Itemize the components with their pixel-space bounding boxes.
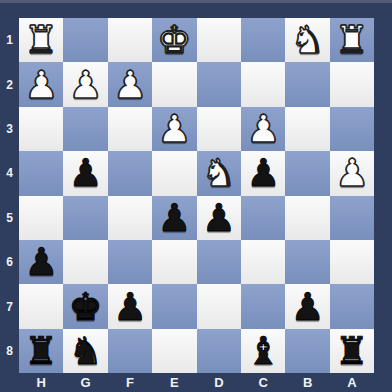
square-f2[interactable]: ♟ xyxy=(108,62,152,106)
white-rook[interactable]: ♜ xyxy=(19,18,63,62)
square-a6[interactable] xyxy=(330,240,374,284)
square-d6[interactable] xyxy=(197,240,241,284)
rank-label-1: 1 xyxy=(0,18,19,62)
square-g4[interactable]: ♟ xyxy=(63,151,107,195)
file-labels: HGFEDCBA xyxy=(19,373,374,392)
square-g5[interactable] xyxy=(63,196,107,240)
square-g1[interactable] xyxy=(63,18,107,62)
square-f7[interactable]: ♟ xyxy=(108,284,152,328)
square-e4[interactable] xyxy=(152,151,196,195)
square-b6[interactable] xyxy=(285,240,329,284)
rank-labels: 12345678 xyxy=(0,18,19,373)
black-pawn[interactable]: ♟ xyxy=(285,284,329,328)
black-pawn[interactable]: ♟ xyxy=(63,151,107,195)
square-d7[interactable] xyxy=(197,284,241,328)
file-label-c: C xyxy=(241,373,285,392)
rank-label-7: 7 xyxy=(0,284,19,328)
square-c1[interactable] xyxy=(241,18,285,62)
rank-label-2: 2 xyxy=(0,62,19,106)
square-d4[interactable]: ♞ xyxy=(197,151,241,195)
file-label-g: G xyxy=(63,373,107,392)
square-b1[interactable]: ♞ xyxy=(285,18,329,62)
file-label-d: D xyxy=(197,373,241,392)
rank-label-4: 4 xyxy=(0,151,19,195)
square-e7[interactable] xyxy=(152,284,196,328)
square-d3[interactable] xyxy=(197,107,241,151)
square-c4[interactable]: ♟ xyxy=(241,151,285,195)
square-f4[interactable] xyxy=(108,151,152,195)
white-knight[interactable]: ♞ xyxy=(285,18,329,62)
file-label-f: F xyxy=(108,373,152,392)
square-a4[interactable]: ♟ xyxy=(330,151,374,195)
square-f8[interactable] xyxy=(108,329,152,373)
rank-label-6: 6 xyxy=(0,240,19,284)
file-label-e: E xyxy=(152,373,196,392)
white-pawn[interactable]: ♟ xyxy=(108,62,152,106)
square-b8[interactable] xyxy=(285,329,329,373)
square-e8[interactable] xyxy=(152,329,196,373)
square-a7[interactable] xyxy=(330,284,374,328)
white-pawn[interactable]: ♟ xyxy=(63,62,107,106)
square-a5[interactable] xyxy=(330,196,374,240)
square-b2[interactable] xyxy=(285,62,329,106)
square-e2[interactable] xyxy=(152,62,196,106)
square-a2[interactable] xyxy=(330,62,374,106)
white-pawn[interactable]: ♟ xyxy=(19,62,63,106)
square-c8[interactable]: ♝ xyxy=(241,329,285,373)
square-c6[interactable] xyxy=(241,240,285,284)
square-e1[interactable]: ♚ xyxy=(152,18,196,62)
square-g2[interactable]: ♟ xyxy=(63,62,107,106)
black-pawn[interactable]: ♟ xyxy=(241,151,285,195)
square-b5[interactable] xyxy=(285,196,329,240)
square-f6[interactable] xyxy=(108,240,152,284)
square-c3[interactable]: ♟ xyxy=(241,107,285,151)
black-pawn[interactable]: ♟ xyxy=(197,196,241,240)
white-pawn[interactable]: ♟ xyxy=(241,107,285,151)
square-d8[interactable] xyxy=(197,329,241,373)
square-d2[interactable] xyxy=(197,62,241,106)
rank-label-3: 3 xyxy=(0,107,19,151)
square-f1[interactable] xyxy=(108,18,152,62)
square-h6[interactable]: ♟ xyxy=(19,240,63,284)
square-c7[interactable] xyxy=(241,284,285,328)
chess-board: ♜♚♞♜♟♟♟♟♟♟♞♟♟♟♟♟♚♟♟♜♞♝♜ xyxy=(19,18,374,373)
rank-label-5: 5 xyxy=(0,196,19,240)
black-pawn[interactable]: ♟ xyxy=(108,284,152,328)
square-h4[interactable] xyxy=(19,151,63,195)
square-h8[interactable]: ♜ xyxy=(19,329,63,373)
square-e6[interactable] xyxy=(152,240,196,284)
square-b3[interactable] xyxy=(285,107,329,151)
file-label-b: B xyxy=(285,373,329,392)
square-g6[interactable] xyxy=(63,240,107,284)
square-a1[interactable]: ♜ xyxy=(330,18,374,62)
black-rook[interactable]: ♜ xyxy=(19,329,63,373)
square-c2[interactable] xyxy=(241,62,285,106)
white-pawn[interactable]: ♟ xyxy=(152,107,196,151)
rank-label-8: 8 xyxy=(0,329,19,373)
square-c5[interactable] xyxy=(241,196,285,240)
black-king[interactable]: ♚ xyxy=(63,284,107,328)
chess-diagram: 12345678 ♜♚♞♜♟♟♟♟♟♟♞♟♟♟♟♟♚♟♟♜♞♝♜ HGFEDCB… xyxy=(0,0,392,392)
black-rook[interactable]: ♜ xyxy=(330,329,374,373)
square-g7[interactable]: ♚ xyxy=(63,284,107,328)
black-pawn[interactable]: ♟ xyxy=(19,240,63,284)
file-label-a: A xyxy=(330,373,374,392)
square-d5[interactable]: ♟ xyxy=(197,196,241,240)
black-knight[interactable]: ♞ xyxy=(63,329,107,373)
square-h7[interactable] xyxy=(19,284,63,328)
square-e3[interactable]: ♟ xyxy=(152,107,196,151)
black-pawn[interactable]: ♟ xyxy=(152,196,196,240)
square-b7[interactable]: ♟ xyxy=(285,284,329,328)
square-h1[interactable]: ♜ xyxy=(19,18,63,62)
square-f3[interactable] xyxy=(108,107,152,151)
square-d1[interactable] xyxy=(197,18,241,62)
square-h2[interactable]: ♟ xyxy=(19,62,63,106)
square-f5[interactable] xyxy=(108,196,152,240)
square-a8[interactable]: ♜ xyxy=(330,329,374,373)
white-knight[interactable]: ♞ xyxy=(197,151,241,195)
square-h3[interactable] xyxy=(19,107,63,151)
square-a3[interactable] xyxy=(330,107,374,151)
square-h5[interactable] xyxy=(19,196,63,240)
square-b4[interactable] xyxy=(285,151,329,195)
square-g8[interactable]: ♞ xyxy=(63,329,107,373)
white-rook[interactable]: ♜ xyxy=(330,18,374,62)
white-pawn[interactable]: ♟ xyxy=(330,151,374,195)
file-label-h: H xyxy=(19,373,63,392)
square-e5[interactable]: ♟ xyxy=(152,196,196,240)
white-king[interactable]: ♚ xyxy=(152,18,196,62)
square-g3[interactable] xyxy=(63,107,107,151)
black-bishop[interactable]: ♝ xyxy=(241,329,285,373)
